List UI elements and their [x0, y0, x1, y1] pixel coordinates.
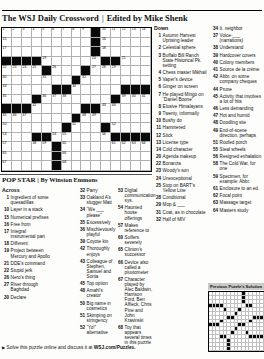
grid-cell[interactable]: [81, 142, 91, 152]
clue-item: 42Thoroughly enjoys: [78, 246, 116, 256]
grid-cell[interactable]: [22, 152, 32, 162]
clue-text: Layer in a stack: [11, 207, 43, 212]
clue-item: 1Ingredient of some quesadillas: [2, 195, 52, 205]
grid-cell[interactable]: [91, 161, 101, 171]
grid-cell[interactable]: 4: [32, 28, 42, 38]
grid-cell[interactable]: 42: [32, 104, 42, 114]
grid-cell[interactable]: 67: [2, 161, 12, 171]
clue-item: 28Conditional: [154, 195, 207, 200]
grid-cell[interactable]: [121, 152, 131, 162]
grid-cell[interactable]: 48: [81, 114, 91, 124]
cell-number: 57: [3, 142, 7, 146]
grid-cell[interactable]: 6: [52, 28, 62, 38]
clue-number: 5: [154, 77, 163, 82]
across-clues-column-2: 32Parry33Oakland A’s slugger Matt34“We _…: [78, 188, 116, 337]
grid-cell[interactable]: [22, 123, 32, 133]
page: { "header": { "title": "The WSJ Daily Cr…: [0, 0, 264, 359]
crossword-grid[interactable]: 1234567891011121314151617181920212223242…: [1, 27, 152, 172]
grid-cell[interactable]: [81, 123, 91, 133]
grid-cell[interactable]: [62, 104, 72, 114]
grid-cell[interactable]: [131, 66, 141, 76]
grid-cell[interactable]: 40: [131, 95, 141, 105]
grid-cell[interactable]: [22, 133, 32, 143]
cell-number: 41: [142, 95, 146, 99]
clue-number: 58: [211, 161, 220, 171]
clue-item: 27River through Baghdad: [2, 282, 52, 292]
grid-cell[interactable]: [72, 104, 82, 114]
clue-number: 35: [78, 220, 87, 225]
clue-text: Hardcover covers: [220, 53, 256, 58]
grid-cell[interactable]: 34: [72, 85, 82, 95]
clue-number: 57: [116, 223, 125, 233]
clue-number: 17: [2, 229, 11, 239]
grid-cell[interactable]: [42, 123, 52, 133]
grid-cell[interactable]: 14: [141, 28, 151, 38]
cell-number: 32: [82, 76, 86, 80]
clue-number: 21: [2, 261, 11, 266]
cell-number: 23: [13, 66, 17, 70]
clue-number: 39: [211, 53, 220, 58]
clue-number: 54: [116, 205, 125, 220]
grid-cell[interactable]: [32, 85, 42, 95]
clue-item: 39Hardcover covers: [211, 53, 264, 58]
grid-cell[interactable]: [141, 38, 151, 48]
grid-cell[interactable]: [131, 104, 141, 114]
grid-cell[interactable]: [91, 133, 101, 143]
clue-number: 3: [154, 53, 163, 68]
grid-cell[interactable]: [72, 57, 82, 67]
grid-cell[interactable]: [72, 38, 82, 48]
clue-text: Ingredient of some quesadillas: [11, 195, 52, 205]
clue-item: 68Toy that appears several times in this…: [116, 325, 153, 345]
clue-number: 11: [154, 125, 163, 130]
grid-cell[interactable]: 52: [111, 123, 121, 133]
grid-cell[interactable]: [91, 85, 101, 95]
clue-item: 39Coyote kin: [78, 239, 116, 244]
grid-cell[interactable]: [72, 133, 82, 143]
grid-cell[interactable]: [131, 47, 141, 57]
grid-cell[interactable]: 44: [111, 104, 121, 114]
grid-cell[interactable]: 25: [32, 66, 42, 76]
grid-cell[interactable]: 12: [121, 28, 131, 38]
grid-cell[interactable]: [141, 57, 151, 67]
grid-cell[interactable]: [12, 123, 22, 133]
grid-cell[interactable]: [12, 76, 22, 86]
grid-cell[interactable]: 28: [101, 66, 111, 76]
grid-cell[interactable]: [62, 57, 72, 67]
grid-cell[interactable]: [32, 38, 42, 48]
cell-number: 36: [42, 95, 46, 99]
grid-cell[interactable]: [72, 47, 82, 57]
clue-item: 1Autumn Harvest Uprising leader: [154, 33, 207, 43]
grid-cell[interactable]: [101, 114, 111, 124]
grid-cell[interactable]: [91, 152, 101, 162]
grid-cell[interactable]: [12, 133, 22, 143]
clue-number: 1: [2, 195, 11, 205]
grid-cell[interactable]: 49: [91, 114, 101, 124]
grid-cell[interactable]: [121, 76, 131, 86]
grid-cell[interactable]: [121, 161, 131, 171]
grid-cell[interactable]: [91, 95, 101, 105]
clue-item: 32Half of MIV: [154, 217, 207, 222]
grid-cell[interactable]: 43: [101, 104, 111, 114]
clue-item: 38Understand: [211, 45, 264, 50]
grid-cell[interactable]: [101, 152, 111, 162]
grid-cell[interactable]: 17: [2, 47, 12, 57]
grid-cell[interactable]: [72, 95, 82, 105]
grid-cell[interactable]: [121, 114, 131, 124]
clue-item: 2Celestial sphere: [154, 45, 207, 50]
grid-cell[interactable]: [42, 161, 52, 171]
clue-text: Bonanza: [163, 161, 181, 166]
grid-cell[interactable]: [32, 76, 42, 86]
grid-cell[interactable]: 41: [141, 95, 151, 105]
grid-cell[interactable]: [81, 161, 91, 171]
grid-cell[interactable]: [12, 47, 22, 57]
grid-cell[interactable]: [131, 114, 141, 124]
cell-number: 28: [102, 66, 106, 70]
grid-cell[interactable]: 56: [101, 133, 111, 143]
footer-link[interactable]: WSJ.com/Puzzles.: [94, 345, 136, 350]
grid-cell[interactable]: [141, 114, 151, 124]
grid-cell[interactable]: [111, 152, 121, 162]
clue-number: 53: [116, 188, 125, 203]
grid-cell[interactable]: 11: [111, 28, 121, 38]
grid-cell[interactable]: [62, 114, 72, 124]
clue-number: 48: [78, 288, 87, 298]
grid-cell[interactable]: [52, 114, 62, 124]
grid-cell[interactable]: [131, 57, 141, 67]
grid-cell[interactable]: [141, 76, 151, 86]
grid-cell[interactable]: [101, 76, 111, 86]
clue-number: 34: [78, 207, 87, 217]
clue-text: Suffers severely: [125, 235, 153, 245]
cell-number: 5: [42, 28, 44, 32]
grid-cell[interactable]: 61: [111, 142, 121, 152]
grid-cell[interactable]: [52, 38, 62, 48]
grid-cell[interactable]: [111, 38, 121, 48]
clue-item: 34It. neighbor: [211, 26, 264, 31]
clue-item: 56Resigned exhalation: [211, 154, 264, 159]
grid-cell[interactable]: [32, 47, 42, 57]
grid-cell[interactable]: [62, 38, 72, 48]
grid-cell[interactable]: [72, 152, 82, 162]
clue-number: 33: [78, 195, 87, 205]
grid-cell[interactable]: 64: [141, 142, 151, 152]
clue-item: 6Ginger on screen: [154, 84, 207, 89]
clue-item: 51Skimping on stringency: [78, 313, 116, 323]
clue-text: Clinton’s successor: [125, 247, 153, 257]
clue-number: 60: [116, 235, 125, 245]
clue-text: It. neighbor: [220, 26, 243, 31]
clue-text: Device also called a pluviometer: [125, 260, 153, 275]
down-clues-column-2: 34It. neighbor37Voice-___ (narrations)38…: [211, 26, 264, 215]
grid-cell[interactable]: [12, 38, 22, 48]
grid-cell[interactable]: 23: [12, 66, 22, 76]
cell-number: 42: [32, 104, 36, 108]
clue-item: 59Specimen, for example: Abbr.: [211, 174, 264, 184]
grid-cell[interactable]: [42, 38, 52, 48]
grid-cell[interactable]: [121, 66, 131, 76]
clue-item: 33Oakland A’s slugger Matt: [78, 195, 116, 205]
grid-cell[interactable]: [22, 38, 32, 48]
grid-cell[interactable]: 68: [62, 161, 72, 171]
grid-cell[interactable]: [52, 76, 62, 86]
grid-cell[interactable]: 8: [72, 28, 82, 38]
clue-text: Mop & ___: [163, 202, 185, 207]
grid-cell[interactable]: [81, 95, 91, 105]
cell-number: 66: [62, 152, 66, 156]
cell-number: 9: [82, 28, 84, 32]
grid-cell[interactable]: [52, 104, 62, 114]
grid-cell[interactable]: [111, 85, 121, 95]
clue-number: 19: [2, 248, 11, 258]
grid-cell[interactable]: [22, 85, 32, 95]
across-header: Across: [2, 188, 52, 193]
grid-cell[interactable]: [52, 47, 62, 57]
grid-cell[interactable]: [131, 76, 141, 86]
grid-cell[interactable]: [12, 161, 22, 171]
cell-number: 38: [62, 95, 66, 99]
grid-cell[interactable]: 54: [52, 133, 62, 143]
cell-number: 54: [52, 133, 56, 137]
grid-cell[interactable]: [111, 76, 121, 86]
cell-number: 61: [112, 142, 116, 146]
black-square: [91, 28, 101, 38]
grid-cell[interactable]: 37: [52, 95, 62, 105]
clue-text: Understand: [220, 45, 244, 50]
grid-cell[interactable]: 24: [22, 66, 32, 76]
grid-cell[interactable]: [121, 104, 131, 114]
grid-cell[interactable]: [22, 47, 32, 57]
clue-text: “We ___ please”: [87, 207, 116, 217]
clue-item: 22Stupid jerk: [2, 268, 52, 273]
grid-cell[interactable]: 21: [121, 57, 131, 67]
previous-solution-grid: [208, 291, 264, 352]
grid-cell[interactable]: [22, 76, 32, 86]
cell-number: 64: [142, 142, 146, 146]
clue-number: 8: [154, 104, 163, 109]
grid-cell[interactable]: [141, 123, 151, 133]
clue-item: 31Coat, as in chocolate: [154, 210, 207, 215]
cell-number: 21: [122, 57, 126, 61]
grid-cell[interactable]: [141, 66, 151, 76]
grid-cell[interactable]: [32, 161, 42, 171]
clue-number: 42: [211, 74, 220, 84]
grid-cell[interactable]: 2: [12, 28, 22, 38]
grid-cell[interactable]: [121, 38, 131, 48]
clue-item: 46Less demanding: [211, 106, 264, 111]
clue-text: Different: [11, 241, 28, 246]
cell-number: 1: [3, 28, 5, 32]
grid-cell[interactable]: 19: [42, 57, 52, 67]
clue-number: 66: [116, 260, 125, 275]
grid-cell[interactable]: 59: [42, 142, 52, 152]
grid-cell[interactable]: 5: [42, 28, 52, 38]
clue-number: 6: [154, 84, 163, 89]
clue-number: 51: [78, 313, 87, 323]
clue-item: 15Numerical prefixes: [2, 215, 52, 220]
grid-cell[interactable]: [12, 95, 22, 105]
cell-number: 4: [32, 28, 34, 32]
clue-item: 9Twenty, informally: [154, 111, 207, 116]
grid-cell[interactable]: [131, 161, 141, 171]
clue-item: 10Bushy do: [154, 118, 207, 123]
grid-cell[interactable]: 58: [32, 142, 42, 152]
grid-cell[interactable]: [141, 152, 151, 162]
cell-number: 30: [3, 76, 7, 80]
clue-text: Massage target: [220, 200, 252, 205]
grid-cell[interactable]: 26: [52, 66, 62, 76]
clue-number: 62: [211, 193, 220, 198]
clue-item: 29Mop & ___: [154, 202, 207, 207]
grid-cell[interactable]: 9: [81, 28, 91, 38]
grid-cell[interactable]: [101, 142, 111, 152]
clue-number: 23: [154, 168, 163, 173]
clue-number: 40: [211, 60, 220, 65]
grid-cell[interactable]: [42, 114, 52, 124]
grid-cell[interactable]: [91, 142, 101, 152]
clue-text: Chess master Mikhail: [163, 70, 207, 75]
grid-cell[interactable]: [32, 114, 42, 124]
grid-cell[interactable]: [32, 123, 42, 133]
clue-number: 41: [211, 67, 220, 72]
clue-text: Autumn Harvest Uprising leader: [163, 33, 207, 43]
clue-item: 58The Cold War, for one: [211, 161, 264, 171]
grid-cell[interactable]: 18: [101, 47, 111, 57]
clue-item: 47Hot and humid: [211, 113, 264, 118]
clue-text: Declare: [11, 295, 27, 300]
grid-cell[interactable]: [81, 85, 91, 95]
grid-cell[interactable]: [141, 104, 151, 114]
puzzle-byline: By Winston Emmons: [41, 176, 98, 183]
grid-cell[interactable]: 32: [81, 76, 91, 86]
grid-cell[interactable]: [12, 142, 22, 152]
clue-item: 7He played Mingo on “Daniel Boone”: [154, 92, 207, 102]
grid-cell[interactable]: 27: [91, 66, 101, 76]
grid-cell[interactable]: [81, 47, 91, 57]
clue-text: “Yo!” alternative: [87, 325, 116, 335]
grid-cell[interactable]: 38: [62, 95, 72, 105]
clue-item: 43Colleague of Stephen, Samuel and Sonia: [78, 259, 116, 279]
grid-cell[interactable]: [62, 66, 72, 76]
clue-item: 12Stick: [154, 133, 207, 138]
clue-number: 4: [154, 70, 163, 75]
grid-cell[interactable]: [141, 47, 151, 57]
clue-number: 12: [154, 133, 163, 138]
grid-cell[interactable]: 51: [72, 123, 82, 133]
grid-cell[interactable]: 7: [62, 28, 72, 38]
black-square: [91, 38, 101, 48]
cell-number: 18: [102, 47, 106, 51]
clue-number: 36: [78, 227, 87, 237]
clue-item: 23Woody’s son: [154, 168, 207, 173]
grid-cell[interactable]: [91, 76, 101, 86]
grid-cell[interactable]: [42, 104, 52, 114]
clue-number: 44: [211, 87, 220, 92]
grid-cell[interactable]: 13: [131, 28, 141, 38]
grid-cell[interactable]: 39: [121, 95, 131, 105]
grid-cell[interactable]: 35: [2, 95, 12, 105]
clue-number: 18: [2, 241, 11, 246]
grid-cell[interactable]: 31: [42, 76, 52, 86]
cell-number: 63: [132, 142, 136, 146]
grid-cell[interactable]: [62, 47, 72, 57]
cell-number: 51: [72, 123, 76, 127]
grid-cell[interactable]: [12, 152, 22, 162]
cell-number: 46: [13, 114, 17, 118]
grid-cell[interactable]: [101, 85, 111, 95]
grid-cell[interactable]: [22, 161, 32, 171]
mini-grid-cell: [260, 347, 264, 351]
grid-cell[interactable]: [101, 161, 111, 171]
grid-cell[interactable]: 62: [121, 142, 131, 152]
cell-number: 39: [122, 95, 126, 99]
grid-cell[interactable]: 29: [111, 66, 121, 76]
grid-cell[interactable]: 47: [22, 114, 32, 124]
grid-cell[interactable]: [111, 161, 121, 171]
grid-cell[interactable]: 3: [22, 28, 32, 38]
clue-number: 37: [211, 33, 220, 43]
clue-number: 7: [154, 92, 163, 102]
clue-text: The Cold War, for one: [220, 161, 264, 171]
grid-cell[interactable]: [91, 123, 101, 133]
cell-number: 7: [62, 28, 64, 32]
grid-cell[interactable]: [81, 152, 91, 162]
grid-cell[interactable]: [81, 38, 91, 48]
clue-text: License type: [163, 140, 189, 145]
grid-cell[interactable]: [62, 76, 72, 86]
clue-item: 49End-of-scene direction, perhaps: [211, 128, 264, 138]
clue-item: 14Cold character: [154, 147, 207, 152]
cell-number: 37: [52, 95, 56, 99]
cell-number: 58: [32, 142, 36, 146]
cell-number: 67: [3, 161, 7, 165]
grid-cell[interactable]: [131, 38, 141, 48]
grid-cell[interactable]: [72, 66, 82, 76]
grid-cell[interactable]: [111, 47, 121, 57]
cell-number: 65: [3, 152, 7, 156]
grid-cell[interactable]: [72, 142, 82, 152]
app-title: The WSJ Daily Crossword: [2, 13, 99, 23]
clue-text: Steal wheels: [220, 147, 246, 152]
grid-cell[interactable]: [121, 123, 131, 133]
grid-cell[interactable]: [22, 142, 32, 152]
cell-number: 33: [3, 85, 7, 89]
clue-text: Vaper’s device: [163, 77, 193, 82]
grid-cell[interactable]: [141, 161, 151, 171]
grid-cell[interactable]: 46: [12, 114, 22, 124]
grid-cell[interactable]: [72, 161, 82, 171]
clue-item: 42Abbr. on some company cheques: [211, 74, 264, 84]
grid-cell[interactable]: [81, 133, 91, 143]
cell-number: 45: [3, 114, 7, 118]
clue-item: 52“Yo!” alternative: [78, 325, 116, 335]
grid-cell[interactable]: [81, 57, 91, 67]
cell-number: 2: [13, 28, 15, 32]
grid-cell[interactable]: [131, 123, 141, 133]
cell-number: 16: [102, 38, 106, 42]
clue-text: Specimen, for example: Abbr.: [220, 174, 264, 184]
grid-cell[interactable]: [131, 152, 141, 162]
grid-cell[interactable]: [22, 95, 32, 105]
grid-cell[interactable]: 36: [42, 95, 52, 105]
grid-cell[interactable]: [12, 85, 22, 95]
grid-cell[interactable]: [42, 152, 52, 162]
grid-cell[interactable]: 63: [131, 142, 141, 152]
grid-cell[interactable]: [32, 152, 42, 162]
clue-item: 16Free from: [2, 222, 52, 227]
